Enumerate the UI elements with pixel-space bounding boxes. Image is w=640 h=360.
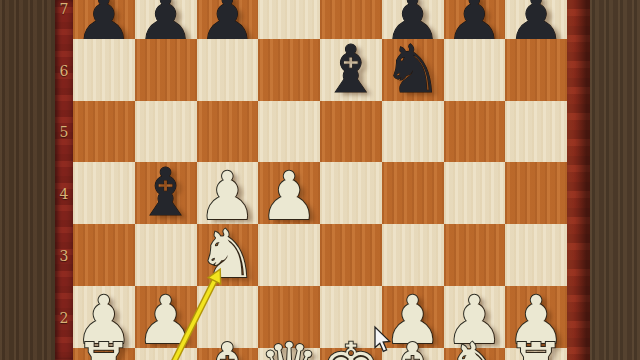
white-king-e1[interactable]: ♚ bbox=[321, 335, 380, 360]
rank-label-3: 3 bbox=[55, 248, 73, 264]
square-e5[interactable] bbox=[320, 101, 382, 163]
square-a4[interactable] bbox=[73, 162, 135, 224]
square-b6[interactable] bbox=[135, 39, 197, 101]
rank-label-5: 5 bbox=[55, 124, 73, 140]
square-c1[interactable]: ♝ bbox=[197, 348, 259, 360]
white-rook-h1[interactable]: ♜ bbox=[507, 335, 566, 360]
square-c6[interactable] bbox=[197, 39, 259, 101]
square-c5[interactable] bbox=[197, 101, 259, 163]
square-a6[interactable] bbox=[73, 39, 135, 101]
square-f4[interactable] bbox=[382, 162, 444, 224]
white-rook-a1[interactable]: ♜ bbox=[74, 335, 133, 360]
square-h7[interactable]: ♟ bbox=[505, 0, 567, 39]
black-bishop-b4[interactable]: ♝ bbox=[136, 160, 195, 226]
square-d1[interactable]: ♛ bbox=[258, 348, 320, 360]
board-rail-left bbox=[55, 0, 73, 360]
square-g3[interactable] bbox=[444, 224, 506, 286]
wood-frame-right bbox=[590, 0, 640, 360]
rank-label-6: 6 bbox=[55, 63, 73, 79]
square-e3[interactable] bbox=[320, 224, 382, 286]
white-pawn-b2[interactable]: ♟ bbox=[136, 288, 195, 354]
white-bishop-c1[interactable]: ♝ bbox=[198, 335, 257, 360]
white-bishop-f1[interactable]: ♝ bbox=[383, 335, 442, 360]
square-b7[interactable]: ♟ bbox=[135, 0, 197, 39]
square-f5[interactable] bbox=[382, 101, 444, 163]
square-c3[interactable]: ♞ bbox=[197, 224, 259, 286]
rank-label-2: 2 bbox=[55, 310, 73, 326]
black-bishop-e6[interactable]: ♝ bbox=[321, 37, 380, 103]
square-g4[interactable] bbox=[444, 162, 506, 224]
square-a5[interactable] bbox=[73, 101, 135, 163]
square-h3[interactable] bbox=[505, 224, 567, 286]
square-a1[interactable]: ♜ bbox=[73, 348, 135, 360]
square-d6[interactable] bbox=[258, 39, 320, 101]
chess-board: ♟♟♟♟♟♟♝♞♝♟♟♞♟♟♟♟♟♜♝♛♚♝♞♜ bbox=[73, 0, 567, 360]
square-h5[interactable] bbox=[505, 101, 567, 163]
square-f1[interactable]: ♝ bbox=[382, 348, 444, 360]
square-e6[interactable]: ♝ bbox=[320, 39, 382, 101]
square-c7[interactable]: ♟ bbox=[197, 0, 259, 39]
square-d5[interactable] bbox=[258, 101, 320, 163]
square-a3[interactable] bbox=[73, 224, 135, 286]
square-h4[interactable] bbox=[505, 162, 567, 224]
square-b3[interactable] bbox=[135, 224, 197, 286]
square-g5[interactable] bbox=[444, 101, 506, 163]
white-knight-c3[interactable]: ♞ bbox=[198, 222, 257, 288]
square-d3[interactable] bbox=[258, 224, 320, 286]
white-knight-g1[interactable]: ♞ bbox=[445, 335, 504, 360]
rank-label-7: 7 bbox=[55, 1, 73, 17]
black-knight-f6[interactable]: ♞ bbox=[383, 37, 442, 103]
rank-label-4: 4 bbox=[55, 186, 73, 202]
board-rail-right bbox=[567, 0, 590, 360]
square-b2[interactable]: ♟ bbox=[135, 286, 197, 348]
white-pawn-d4[interactable]: ♟ bbox=[260, 164, 319, 230]
square-e4[interactable] bbox=[320, 162, 382, 224]
square-d4[interactable]: ♟ bbox=[258, 162, 320, 224]
square-f6[interactable]: ♞ bbox=[382, 39, 444, 101]
square-c4[interactable]: ♟ bbox=[197, 162, 259, 224]
square-h1[interactable]: ♜ bbox=[505, 348, 567, 360]
square-f3[interactable] bbox=[382, 224, 444, 286]
square-d7[interactable] bbox=[258, 0, 320, 39]
square-h6[interactable] bbox=[505, 39, 567, 101]
square-b5[interactable] bbox=[135, 101, 197, 163]
white-queen-d1[interactable]: ♛ bbox=[260, 335, 319, 360]
wood-frame-left bbox=[0, 0, 55, 360]
square-g1[interactable]: ♞ bbox=[444, 348, 506, 360]
square-e1[interactable]: ♚ bbox=[320, 348, 382, 360]
square-g6[interactable] bbox=[444, 39, 506, 101]
square-b4[interactable]: ♝ bbox=[135, 162, 197, 224]
chess-app-window: ♟♟♟♟♟♟♝♞♝♟♟♞♟♟♟♟♟♜♝♛♚♝♞♜ 765432 bbox=[0, 0, 640, 360]
square-g7[interactable]: ♟ bbox=[444, 0, 506, 39]
square-b1[interactable] bbox=[135, 348, 197, 360]
square-a7[interactable]: ♟ bbox=[73, 0, 135, 39]
